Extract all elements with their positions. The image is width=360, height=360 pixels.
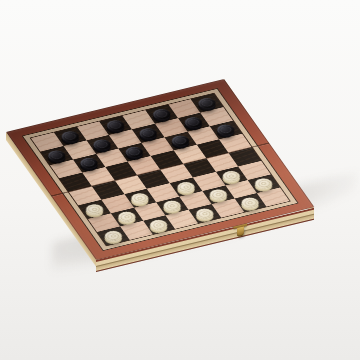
black-piece[interactable] [196, 96, 218, 109]
black-piece[interactable] [78, 157, 100, 170]
white-piece[interactable] [83, 203, 105, 216]
black-piece[interactable] [215, 123, 237, 136]
black-piece[interactable] [59, 130, 81, 143]
black-piece[interactable] [150, 108, 172, 121]
black-piece[interactable] [183, 115, 205, 128]
black-piece[interactable] [91, 138, 113, 151]
white-piece[interactable] [148, 218, 170, 231]
black-piece[interactable] [104, 119, 126, 132]
product-photo-scene [0, 0, 360, 360]
black-piece[interactable] [45, 149, 67, 162]
white-piece[interactable] [102, 230, 124, 243]
checkers-board [6, 79, 314, 260]
black-piece[interactable] [123, 146, 145, 159]
white-piece[interactable] [161, 199, 183, 212]
white-piece[interactable] [253, 177, 275, 190]
clasp-hook [236, 226, 243, 237]
white-piece[interactable] [207, 188, 229, 201]
white-piece[interactable] [116, 211, 138, 224]
black-piece[interactable] [169, 134, 191, 147]
white-piece[interactable] [129, 192, 151, 205]
black-piece[interactable] [137, 127, 159, 140]
white-piece[interactable] [194, 207, 216, 220]
white-piece[interactable] [239, 196, 261, 209]
white-piece[interactable] [220, 169, 242, 182]
white-piece[interactable] [175, 180, 197, 193]
